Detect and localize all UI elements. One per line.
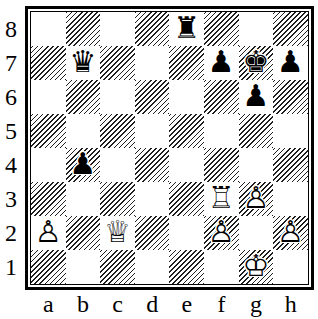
square-c8 — [100, 12, 135, 46]
file-label-c: c — [100, 290, 135, 318]
square-b1 — [66, 250, 101, 284]
rank-label-2: 2 — [0, 216, 22, 250]
black-pawn-icon: ♟ — [242, 79, 269, 113]
square-c2: ♛♕ — [100, 216, 135, 250]
square-a6 — [31, 80, 66, 114]
square-e1 — [169, 250, 204, 284]
file-label-f: f — [204, 290, 239, 318]
square-e3 — [169, 182, 204, 216]
file-label-e: e — [170, 290, 205, 318]
rank-label-8: 8 — [0, 12, 22, 46]
square-g1: ♚♔ — [239, 250, 274, 284]
black-king-icon: ♚ — [242, 45, 269, 79]
black-pawn-icon: ♟ — [69, 147, 96, 181]
white-pawn-icon: ♙ — [277, 215, 304, 249]
square-d7 — [135, 46, 170, 80]
rank-label-5: 5 — [0, 114, 22, 148]
file-label-g: g — [239, 290, 274, 318]
square-a8 — [31, 12, 66, 46]
piece-white-queen-c2: ♛♕ — [100, 216, 135, 250]
piece-black-pawn-h7: ♟♟ — [273, 46, 308, 80]
piece-black-pawn-g6: ♟♟ — [239, 80, 274, 114]
piece-black-pawn-b4: ♟♟ — [66, 148, 101, 182]
square-f5 — [204, 114, 239, 148]
square-e4 — [169, 148, 204, 182]
board-inner-frame: ♜♜♛♛♟♟♚♚♟♟♟♟♟♟♜♖♟♙♟♙♛♕♟♙♟♙♚♔ — [30, 11, 309, 285]
square-d2 — [135, 216, 170, 250]
piece-white-king-g1: ♚♔ — [239, 250, 274, 284]
square-e6 — [169, 80, 204, 114]
file-label-a: a — [31, 290, 66, 318]
square-c5 — [100, 114, 135, 148]
square-b2 — [66, 216, 101, 250]
rank-label-1: 1 — [0, 250, 22, 284]
square-f6 — [204, 80, 239, 114]
piece-white-pawn-h2: ♟♙ — [273, 216, 308, 250]
file-label-d: d — [135, 290, 170, 318]
piece-white-pawn-a2: ♟♙ — [31, 216, 66, 250]
square-b8 — [66, 12, 101, 46]
square-g2 — [239, 216, 274, 250]
black-pawn-icon: ♟ — [208, 45, 235, 79]
square-h5 — [273, 114, 308, 148]
white-pawn-icon: ♙ — [242, 181, 269, 215]
square-h8 — [273, 12, 308, 46]
square-d5 — [135, 114, 170, 148]
piece-black-rook-e8: ♜♜ — [169, 12, 204, 46]
square-h1 — [273, 250, 308, 284]
square-c3 — [100, 182, 135, 216]
square-d1 — [135, 250, 170, 284]
white-rook-icon: ♖ — [208, 181, 235, 215]
square-b6 — [66, 80, 101, 114]
square-a2: ♟♙ — [31, 216, 66, 250]
square-e7 — [169, 46, 204, 80]
square-g3: ♟♙ — [239, 182, 274, 216]
square-a1 — [31, 250, 66, 284]
rank-labels: 87654321 — [0, 12, 22, 284]
square-e8: ♜♜ — [169, 12, 204, 46]
square-c4 — [100, 148, 135, 182]
chess-diagram: 87654321 ♜♜♛♛♟♟♚♚♟♟♟♟♟♟♜♖♟♙♟♙♛♕♟♙♟♙♚♔ ab… — [0, 0, 318, 319]
square-f1 — [204, 250, 239, 284]
piece-white-pawn-g3: ♟♙ — [239, 182, 274, 216]
board-frame: ♜♜♛♛♟♟♚♚♟♟♟♟♟♟♜♖♟♙♟♙♛♕♟♙♟♙♚♔ — [25, 6, 314, 290]
square-b7: ♛♛ — [66, 46, 101, 80]
piece-black-king-g7: ♚♚ — [239, 46, 274, 80]
square-f3: ♜♖ — [204, 182, 239, 216]
square-f8 — [204, 12, 239, 46]
square-c1 — [100, 250, 135, 284]
square-d3 — [135, 182, 170, 216]
file-label-b: b — [66, 290, 101, 318]
square-h6 — [273, 80, 308, 114]
file-labels: abcdefgh — [31, 290, 308, 318]
square-g5 — [239, 114, 274, 148]
square-g4 — [239, 148, 274, 182]
black-rook-icon: ♜ — [173, 11, 200, 45]
square-g8 — [239, 12, 274, 46]
square-f4 — [204, 148, 239, 182]
white-pawn-icon: ♙ — [35, 215, 62, 249]
white-king-icon: ♔ — [242, 249, 269, 283]
white-pawn-icon: ♙ — [208, 215, 235, 249]
black-queen-icon: ♛ — [69, 45, 96, 79]
square-e5 — [169, 114, 204, 148]
rank-label-6: 6 — [0, 80, 22, 114]
square-c6 — [100, 80, 135, 114]
square-g6: ♟♟ — [239, 80, 274, 114]
square-b5 — [66, 114, 101, 148]
square-f2: ♟♙ — [204, 216, 239, 250]
square-h7: ♟♟ — [273, 46, 308, 80]
square-d4 — [135, 148, 170, 182]
file-label-h: h — [273, 290, 308, 318]
square-e2 — [169, 216, 204, 250]
square-h2: ♟♙ — [273, 216, 308, 250]
square-a7 — [31, 46, 66, 80]
rank-label-4: 4 — [0, 148, 22, 182]
piece-white-pawn-f2: ♟♙ — [204, 216, 239, 250]
black-pawn-icon: ♟ — [277, 45, 304, 79]
piece-black-queen-b7: ♛♛ — [66, 46, 101, 80]
square-h4 — [273, 148, 308, 182]
piece-white-rook-f3: ♜♖ — [204, 182, 239, 216]
square-a5 — [31, 114, 66, 148]
square-a3 — [31, 182, 66, 216]
chess-board: ♜♜♛♛♟♟♚♚♟♟♟♟♟♟♜♖♟♙♟♙♛♕♟♙♟♙♚♔ — [31, 12, 308, 284]
square-d6 — [135, 80, 170, 114]
square-a4 — [31, 148, 66, 182]
rank-label-3: 3 — [0, 182, 22, 216]
square-f7: ♟♟ — [204, 46, 239, 80]
square-d8 — [135, 12, 170, 46]
piece-black-pawn-f7: ♟♟ — [204, 46, 239, 80]
square-h3 — [273, 182, 308, 216]
rank-label-7: 7 — [0, 46, 22, 80]
square-b3 — [66, 182, 101, 216]
white-queen-icon: ♕ — [104, 215, 131, 249]
square-b4: ♟♟ — [66, 148, 101, 182]
square-c7 — [100, 46, 135, 80]
square-g7: ♚♚ — [239, 46, 274, 80]
